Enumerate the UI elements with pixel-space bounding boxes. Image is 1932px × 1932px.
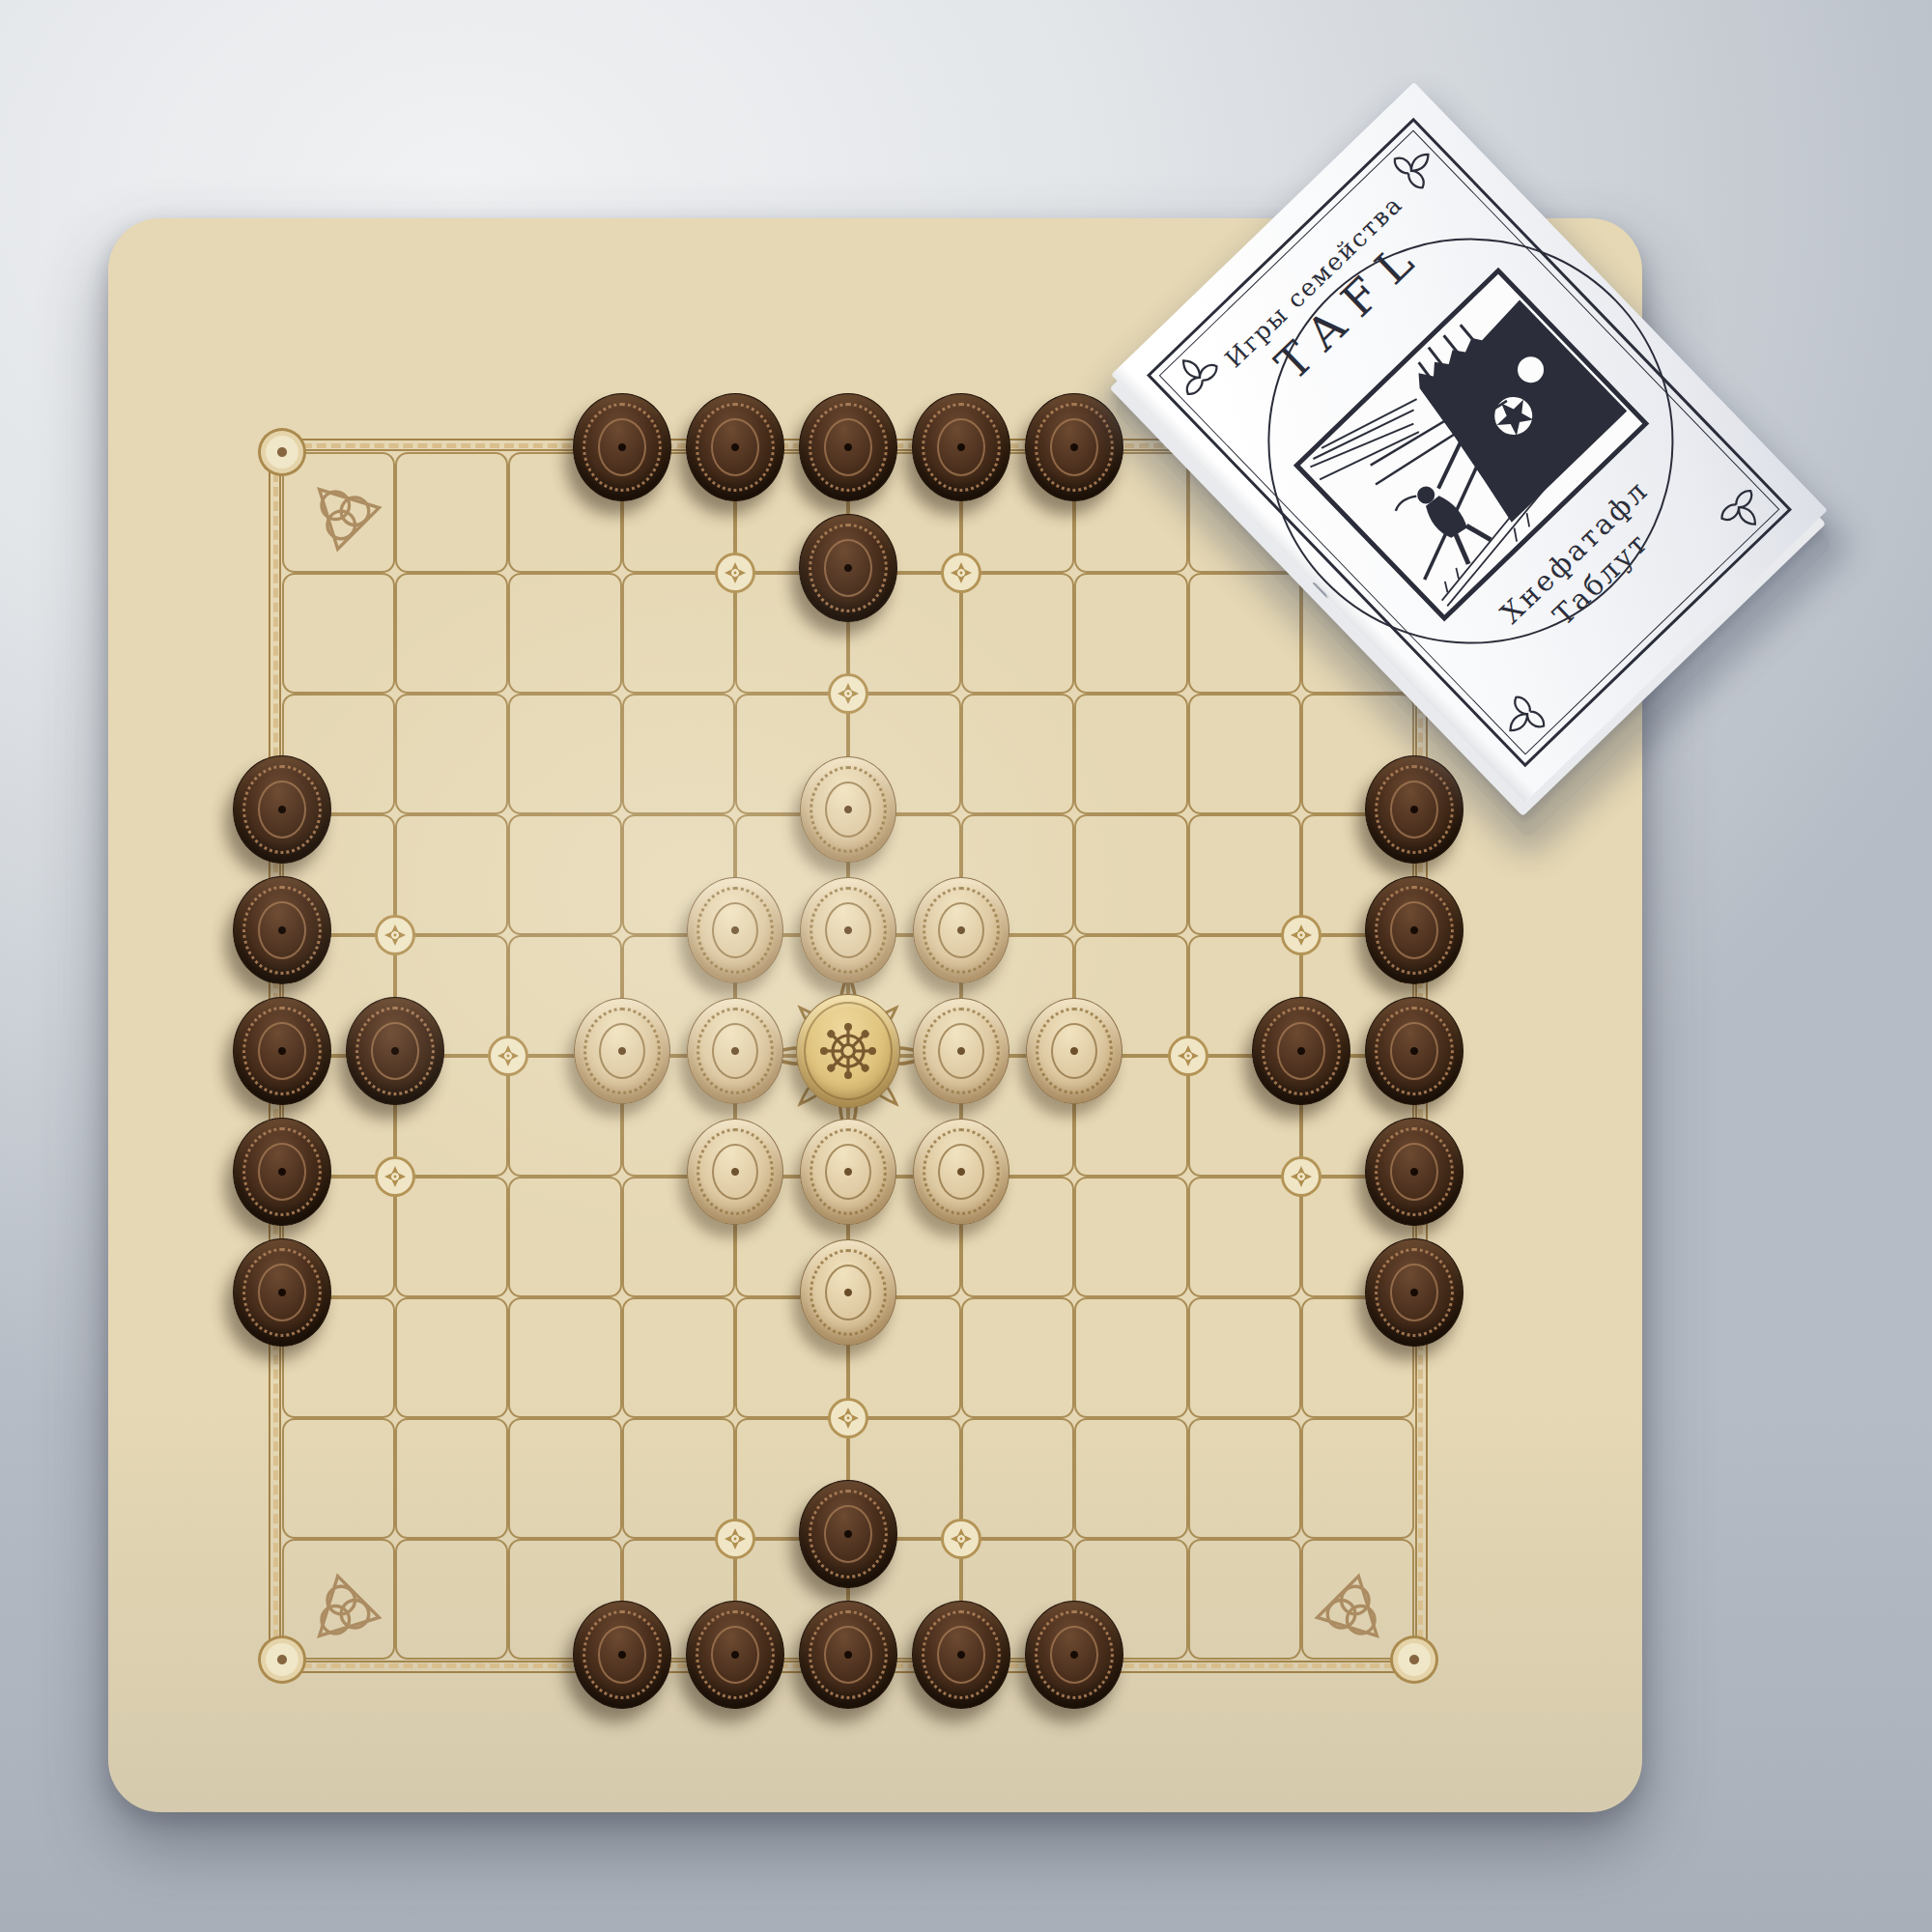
- maltese-cross-icon: [949, 560, 974, 585]
- camp-cross-marker: [375, 1156, 415, 1197]
- maltese-cross-icon: [1289, 923, 1314, 948]
- maltese-cross-icon: [1176, 1043, 1201, 1068]
- attacker-piece[interactable]: [1365, 997, 1463, 1105]
- corner-marker: [1390, 1635, 1438, 1684]
- defender-piece[interactable]: [687, 998, 783, 1104]
- attacker-piece[interactable]: [1025, 1601, 1123, 1709]
- attacker-piece[interactable]: [912, 1601, 1010, 1709]
- attacker-piece[interactable]: [912, 393, 1010, 501]
- defender-piece[interactable]: [800, 756, 896, 863]
- defender-piece[interactable]: [800, 1119, 896, 1225]
- camp-cross-marker: [715, 553, 755, 593]
- camp-cross-marker: [828, 673, 868, 714]
- attacker-piece[interactable]: [346, 997, 444, 1105]
- attacker-piece[interactable]: [233, 755, 331, 864]
- defender-piece[interactable]: [1026, 998, 1122, 1104]
- corner-marker: [258, 1635, 306, 1684]
- attacker-piece[interactable]: [233, 1238, 331, 1347]
- defender-piece[interactable]: [913, 1119, 1009, 1225]
- king-piece[interactable]: [796, 994, 900, 1108]
- camp-cross-marker: [941, 553, 981, 593]
- maltese-cross-icon: [949, 1526, 974, 1551]
- defender-piece[interactable]: [913, 998, 1009, 1104]
- photo-scene: Игры семейства TAFL: [0, 0, 1932, 1932]
- maltese-cross-icon: [383, 1164, 408, 1189]
- attacker-piece[interactable]: [799, 1601, 897, 1709]
- camp-cross-marker: [375, 915, 415, 955]
- camp-cross-marker: [1281, 915, 1321, 955]
- defender-piece[interactable]: [913, 877, 1009, 983]
- camp-cross-marker: [941, 1519, 981, 1559]
- attacker-piece[interactable]: [1025, 393, 1123, 501]
- attacker-piece[interactable]: [233, 1118, 331, 1226]
- maltese-cross-icon: [383, 923, 408, 948]
- maltese-cross-icon: [723, 1526, 748, 1551]
- camp-cross-marker: [1281, 1156, 1321, 1197]
- camp-cross-marker: [715, 1519, 755, 1559]
- defender-piece[interactable]: [800, 1239, 896, 1346]
- camp-cross-marker: [828, 1398, 868, 1438]
- attacker-piece[interactable]: [686, 1601, 784, 1709]
- corner-marker: [258, 428, 306, 476]
- defender-piece[interactable]: [800, 877, 896, 983]
- maltese-cross-icon: [836, 1406, 861, 1431]
- defender-piece[interactable]: [687, 1119, 783, 1225]
- maltese-cross-icon: [1289, 1164, 1314, 1189]
- attacker-piece[interactable]: [1252, 997, 1350, 1105]
- defender-piece[interactable]: [574, 998, 670, 1104]
- king-wheel-icon: [818, 1021, 878, 1081]
- attacker-piece[interactable]: [573, 1601, 671, 1709]
- board-side-edge: [133, 1802, 1617, 1827]
- camp-cross-marker: [1168, 1036, 1208, 1076]
- attacker-piece[interactable]: [1365, 755, 1463, 864]
- maltese-cross-icon: [496, 1043, 521, 1068]
- attacker-piece[interactable]: [799, 514, 897, 622]
- attacker-piece[interactable]: [1365, 1118, 1463, 1226]
- attacker-piece[interactable]: [1365, 1238, 1463, 1347]
- attacker-piece[interactable]: [1365, 876, 1463, 984]
- attacker-piece[interactable]: [233, 876, 331, 984]
- attacker-piece[interactable]: [799, 1480, 897, 1588]
- maltese-cross-icon: [723, 560, 748, 585]
- attacker-piece[interactable]: [233, 997, 331, 1105]
- attacker-piece[interactable]: [573, 393, 671, 501]
- attacker-piece[interactable]: [686, 393, 784, 501]
- maltese-cross-icon: [836, 681, 861, 706]
- attacker-piece[interactable]: [799, 393, 897, 501]
- defender-piece[interactable]: [687, 877, 783, 983]
